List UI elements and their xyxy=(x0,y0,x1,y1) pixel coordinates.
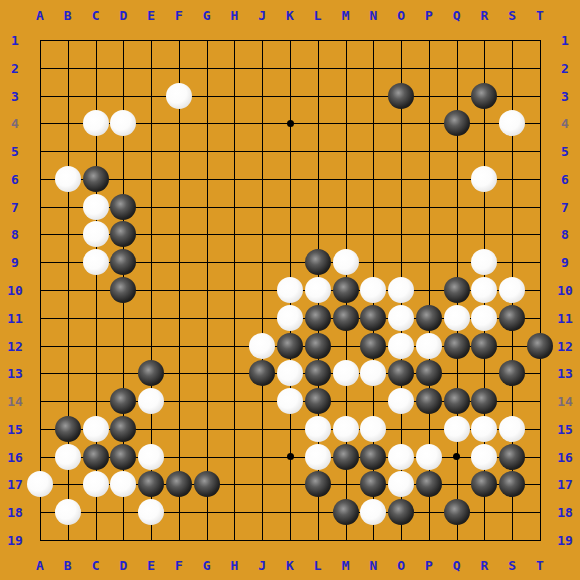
white-stone[interactable] xyxy=(110,471,136,497)
black-stone[interactable] xyxy=(444,110,470,136)
black-stone[interactable] xyxy=(444,333,470,359)
black-stone[interactable] xyxy=(360,333,386,359)
white-stone[interactable] xyxy=(333,416,359,442)
row-label-right: 17 xyxy=(557,478,573,491)
white-stone[interactable] xyxy=(471,277,497,303)
white-stone[interactable] xyxy=(277,360,303,386)
white-stone[interactable] xyxy=(83,221,109,247)
black-stone[interactable] xyxy=(499,305,525,331)
black-stone[interactable] xyxy=(333,499,359,525)
white-stone[interactable] xyxy=(444,416,470,442)
black-stone[interactable] xyxy=(110,249,136,275)
white-stone[interactable] xyxy=(471,416,497,442)
white-stone[interactable] xyxy=(277,277,303,303)
black-stone[interactable] xyxy=(416,360,442,386)
column-label-top: T xyxy=(536,9,544,22)
row-label-right: 8 xyxy=(561,228,569,241)
column-label-top: Q xyxy=(453,9,461,22)
black-stone[interactable] xyxy=(360,471,386,497)
white-stone[interactable] xyxy=(83,471,109,497)
column-label-bottom: D xyxy=(119,559,127,572)
column-label-top: R xyxy=(481,9,489,22)
white-stone[interactable] xyxy=(360,277,386,303)
black-stone[interactable] xyxy=(471,333,497,359)
black-stone[interactable] xyxy=(527,333,553,359)
black-stone[interactable] xyxy=(194,471,220,497)
black-stone[interactable] xyxy=(305,360,331,386)
row-label-right: 6 xyxy=(561,172,569,185)
black-stone[interactable] xyxy=(110,416,136,442)
column-label-top: G xyxy=(203,9,211,22)
row-label-left: 7 xyxy=(11,200,19,213)
row-label-right: 19 xyxy=(557,534,573,547)
column-label-top: D xyxy=(119,9,127,22)
star-point xyxy=(287,120,294,127)
row-label-left: 17 xyxy=(7,478,23,491)
row-label-left: 3 xyxy=(11,89,19,102)
white-stone[interactable] xyxy=(55,499,81,525)
black-stone[interactable] xyxy=(110,388,136,414)
column-label-bottom: R xyxy=(481,559,489,572)
black-stone[interactable] xyxy=(305,471,331,497)
black-stone[interactable] xyxy=(499,360,525,386)
white-stone[interactable] xyxy=(333,360,359,386)
black-stone[interactable] xyxy=(277,333,303,359)
black-stone[interactable] xyxy=(471,388,497,414)
white-stone[interactable] xyxy=(55,166,81,192)
white-stone[interactable] xyxy=(388,277,414,303)
row-label-left: 18 xyxy=(7,506,23,519)
black-stone[interactable] xyxy=(55,416,81,442)
column-label-bottom: J xyxy=(258,559,266,572)
black-stone[interactable] xyxy=(138,471,164,497)
row-label-right: 2 xyxy=(561,61,569,74)
black-stone[interactable] xyxy=(388,83,414,109)
white-stone[interactable] xyxy=(249,333,275,359)
column-label-top: P xyxy=(425,9,433,22)
white-stone[interactable] xyxy=(305,444,331,470)
black-stone[interactable] xyxy=(305,249,331,275)
white-stone[interactable] xyxy=(388,444,414,470)
black-stone[interactable] xyxy=(110,444,136,470)
white-stone[interactable] xyxy=(444,305,470,331)
row-label-right: 12 xyxy=(557,339,573,352)
black-stone[interactable] xyxy=(360,444,386,470)
white-stone[interactable] xyxy=(388,305,414,331)
grid-line-vertical xyxy=(540,40,541,541)
column-label-top: N xyxy=(369,9,377,22)
white-stone[interactable] xyxy=(333,249,359,275)
column-label-bottom: M xyxy=(342,559,350,572)
black-stone[interactable] xyxy=(110,277,136,303)
column-label-top: O xyxy=(397,9,405,22)
white-stone[interactable] xyxy=(388,471,414,497)
black-stone[interactable] xyxy=(444,388,470,414)
column-label-bottom: K xyxy=(286,559,294,572)
row-label-right: 7 xyxy=(561,200,569,213)
white-stone[interactable] xyxy=(83,110,109,136)
column-label-bottom: L xyxy=(314,559,322,572)
black-stone[interactable] xyxy=(305,388,331,414)
column-label-bottom: S xyxy=(508,559,516,572)
row-label-left: 19 xyxy=(7,534,23,547)
black-stone[interactable] xyxy=(416,305,442,331)
row-label-right: 4 xyxy=(561,117,569,130)
column-label-bottom: T xyxy=(536,559,544,572)
white-stone[interactable] xyxy=(166,83,192,109)
row-label-right: 18 xyxy=(557,506,573,519)
white-stone[interactable] xyxy=(360,360,386,386)
white-stone[interactable] xyxy=(360,416,386,442)
white-stone[interactable] xyxy=(277,388,303,414)
black-stone[interactable] xyxy=(388,499,414,525)
black-stone[interactable] xyxy=(333,444,359,470)
black-stone[interactable] xyxy=(444,277,470,303)
column-label-top: H xyxy=(231,9,239,22)
black-stone[interactable] xyxy=(416,471,442,497)
column-label-bottom: N xyxy=(369,559,377,572)
black-stone[interactable] xyxy=(444,499,470,525)
column-label-top: B xyxy=(64,9,72,22)
white-stone[interactable] xyxy=(416,333,442,359)
white-stone[interactable] xyxy=(83,249,109,275)
black-stone[interactable] xyxy=(333,305,359,331)
column-label-top: A xyxy=(36,9,44,22)
row-label-right: 14 xyxy=(557,395,573,408)
white-stone[interactable] xyxy=(471,444,497,470)
white-stone[interactable] xyxy=(110,110,136,136)
row-label-left: 14 xyxy=(7,395,23,408)
column-label-top: L xyxy=(314,9,322,22)
black-stone[interactable] xyxy=(249,360,275,386)
row-label-left: 16 xyxy=(7,450,23,463)
white-stone[interactable] xyxy=(499,110,525,136)
white-stone[interactable] xyxy=(277,305,303,331)
white-stone[interactable] xyxy=(305,277,331,303)
black-stone[interactable] xyxy=(305,305,331,331)
row-label-left: 5 xyxy=(11,145,19,158)
white-stone[interactable] xyxy=(388,388,414,414)
column-label-bottom: H xyxy=(231,559,239,572)
black-stone[interactable] xyxy=(83,444,109,470)
column-label-bottom: F xyxy=(175,559,183,572)
black-stone[interactable] xyxy=(360,305,386,331)
column-label-bottom: G xyxy=(203,559,211,572)
column-label-bottom: Q xyxy=(453,559,461,572)
black-stone[interactable] xyxy=(416,388,442,414)
row-label-right: 13 xyxy=(557,367,573,380)
black-stone[interactable] xyxy=(471,83,497,109)
row-label-right: 3 xyxy=(561,89,569,102)
column-label-bottom: C xyxy=(92,559,100,572)
white-stone[interactable] xyxy=(305,416,331,442)
black-stone[interactable] xyxy=(83,166,109,192)
black-stone[interactable] xyxy=(305,333,331,359)
row-label-left: 12 xyxy=(7,339,23,352)
white-stone[interactable] xyxy=(138,499,164,525)
column-label-bottom: P xyxy=(425,559,433,572)
grid-line-horizontal xyxy=(40,540,541,541)
black-stone[interactable] xyxy=(499,444,525,470)
column-label-top: E xyxy=(147,9,155,22)
white-stone[interactable] xyxy=(471,249,497,275)
go-board[interactable]: AABBCCDDEEFFGGHHJJKKLLMMNNOOPPQQRRSSTT11… xyxy=(0,0,580,580)
column-label-top: C xyxy=(92,9,100,22)
white-stone[interactable] xyxy=(27,471,53,497)
row-label-right: 16 xyxy=(557,450,573,463)
row-label-left: 8 xyxy=(11,228,19,241)
black-stone[interactable] xyxy=(333,277,359,303)
row-label-left: 6 xyxy=(11,172,19,185)
white-stone[interactable] xyxy=(138,444,164,470)
star-point xyxy=(453,453,460,460)
row-label-left: 2 xyxy=(11,61,19,74)
row-label-right: 9 xyxy=(561,256,569,269)
white-stone[interactable] xyxy=(388,333,414,359)
column-label-top: F xyxy=(175,9,183,22)
row-label-right: 11 xyxy=(557,311,573,324)
white-stone[interactable] xyxy=(83,416,109,442)
row-label-left: 4 xyxy=(11,117,19,130)
white-stone[interactable] xyxy=(471,305,497,331)
white-stone[interactable] xyxy=(416,444,442,470)
row-label-right: 5 xyxy=(561,145,569,158)
row-label-left: 15 xyxy=(7,422,23,435)
row-label-right: 15 xyxy=(557,422,573,435)
black-stone[interactable] xyxy=(499,471,525,497)
column-label-top: J xyxy=(258,9,266,22)
row-label-right: 10 xyxy=(557,284,573,297)
white-stone[interactable] xyxy=(360,499,386,525)
black-stone[interactable] xyxy=(138,360,164,386)
black-stone[interactable] xyxy=(110,194,136,220)
row-label-left: 1 xyxy=(11,34,19,47)
column-label-bottom: B xyxy=(64,559,72,572)
white-stone[interactable] xyxy=(55,444,81,470)
column-label-bottom: A xyxy=(36,559,44,572)
row-label-left: 13 xyxy=(7,367,23,380)
black-stone[interactable] xyxy=(110,221,136,247)
black-stone[interactable] xyxy=(471,471,497,497)
white-stone[interactable] xyxy=(499,277,525,303)
column-label-top: K xyxy=(286,9,294,22)
white-stone[interactable] xyxy=(471,166,497,192)
row-label-left: 9 xyxy=(11,256,19,269)
white-stone[interactable] xyxy=(83,194,109,220)
row-label-left: 11 xyxy=(7,311,23,324)
black-stone[interactable] xyxy=(388,360,414,386)
column-label-bottom: O xyxy=(397,559,405,572)
column-label-top: S xyxy=(508,9,516,22)
column-label-top: M xyxy=(342,9,350,22)
black-stone[interactable] xyxy=(166,471,192,497)
row-label-left: 10 xyxy=(7,284,23,297)
star-point xyxy=(287,453,294,460)
white-stone[interactable] xyxy=(499,416,525,442)
column-label-bottom: E xyxy=(147,559,155,572)
white-stone[interactable] xyxy=(138,388,164,414)
row-label-right: 1 xyxy=(561,34,569,47)
